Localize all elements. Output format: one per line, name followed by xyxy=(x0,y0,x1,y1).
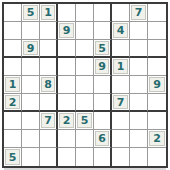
sudoku-cell-given: 5 xyxy=(4,148,22,166)
sudoku-cell-empty[interactable] xyxy=(94,22,112,40)
cell-value: 7 xyxy=(113,95,128,109)
sudoku-cell-empty[interactable] xyxy=(130,112,148,130)
sudoku-cell-given: 5 xyxy=(76,112,94,130)
sudoku-cell-empty[interactable] xyxy=(58,94,76,112)
sudoku-cell-empty[interactable] xyxy=(94,148,112,166)
sudoku-cell-given: 7 xyxy=(112,94,130,112)
sudoku-cell-empty[interactable] xyxy=(76,148,94,166)
sudoku-cell-empty[interactable] xyxy=(94,94,112,112)
cell-value: 7 xyxy=(41,113,55,128)
cell-value: 2 xyxy=(5,95,20,109)
sudoku-cell-given: 1 xyxy=(112,58,130,76)
sudoku-cell-empty[interactable] xyxy=(76,4,94,22)
sudoku-cell-empty[interactable] xyxy=(22,22,40,40)
sudoku-cell-given: 2 xyxy=(4,94,22,112)
cell-value: 1 xyxy=(5,77,20,92)
sudoku-cell-empty[interactable] xyxy=(76,40,94,58)
sudoku-cell-empty[interactable] xyxy=(112,76,130,94)
sudoku-cell-empty[interactable] xyxy=(76,130,94,148)
sudoku-cell-empty[interactable] xyxy=(112,130,130,148)
sudoku-cell-empty[interactable] xyxy=(4,22,22,40)
sudoku-cell-empty[interactable] xyxy=(130,76,148,94)
cell-value: 6 xyxy=(95,131,109,146)
sudoku-cell-empty[interactable] xyxy=(130,94,148,112)
sudoku-cell-empty[interactable] xyxy=(112,148,130,166)
cell-value: 9 xyxy=(149,77,165,92)
cell-value: 4 xyxy=(113,23,128,38)
sudoku-cell-empty[interactable] xyxy=(148,148,166,166)
cell-value: 9 xyxy=(23,41,38,55)
sudoku-cell-empty[interactable] xyxy=(40,148,58,166)
sudoku-cell-given: 4 xyxy=(112,22,130,40)
sudoku-cell-empty[interactable] xyxy=(58,4,76,22)
sudoku-cell-empty[interactable] xyxy=(22,112,40,130)
sudoku-cell-empty[interactable] xyxy=(76,58,94,76)
sudoku-cell-empty[interactable] xyxy=(76,94,94,112)
sudoku-cell-empty[interactable] xyxy=(58,40,76,58)
sudoku-cell-given: 8 xyxy=(40,76,58,94)
sudoku-cell-empty[interactable] xyxy=(4,130,22,148)
sudoku-cell-empty[interactable] xyxy=(58,130,76,148)
sudoku-cell-empty[interactable] xyxy=(148,112,166,130)
cell-value: 7 xyxy=(131,5,146,20)
sudoku-cell-empty[interactable] xyxy=(112,4,130,22)
sudoku-cell-empty[interactable] xyxy=(94,76,112,94)
sudoku-cell-given: 6 xyxy=(94,130,112,148)
sudoku-cell-empty[interactable] xyxy=(148,22,166,40)
sudoku-cell-empty[interactable] xyxy=(22,130,40,148)
sudoku-cell-empty[interactable] xyxy=(94,112,112,130)
sudoku-cell-empty[interactable] xyxy=(148,94,166,112)
sudoku-cell-empty[interactable] xyxy=(112,112,130,130)
sudoku-cell-empty[interactable] xyxy=(76,22,94,40)
sudoku-cell-given: 7 xyxy=(130,4,148,22)
sudoku-cell-empty[interactable] xyxy=(148,40,166,58)
sudoku-cell-empty[interactable] xyxy=(130,58,148,76)
sudoku-cell-empty[interactable] xyxy=(22,58,40,76)
cell-value: 5 xyxy=(5,149,20,165)
sudoku-cell-given: 9 xyxy=(148,76,166,94)
cell-value: 2 xyxy=(59,113,74,128)
sudoku-cell-empty[interactable] xyxy=(76,76,94,94)
sudoku-cell-empty[interactable] xyxy=(4,40,22,58)
sudoku-cell-empty[interactable] xyxy=(4,112,22,130)
cell-value: 1 xyxy=(41,5,55,20)
sudoku-cell-empty[interactable] xyxy=(130,130,148,148)
cell-value: 9 xyxy=(59,23,74,38)
cell-value: 5 xyxy=(77,113,92,128)
sudoku-cell-empty[interactable] xyxy=(58,148,76,166)
sudoku-cell-given: 1 xyxy=(4,76,22,94)
sudoku-cell-empty[interactable] xyxy=(58,76,76,94)
sudoku-cell-empty[interactable] xyxy=(22,148,40,166)
sudoku-cell-empty[interactable] xyxy=(40,40,58,58)
sudoku-cell-empty[interactable] xyxy=(40,130,58,148)
sudoku-cell-empty[interactable] xyxy=(130,40,148,58)
sudoku-cell-empty[interactable] xyxy=(4,58,22,76)
sudoku-cell-empty[interactable] xyxy=(130,22,148,40)
sudoku-cell-given: 2 xyxy=(58,112,76,130)
sudoku-cell-given: 1 xyxy=(40,4,58,22)
sudoku-cell-given: 7 xyxy=(40,112,58,130)
cell-value: 5 xyxy=(95,41,109,55)
cell-value: 8 xyxy=(41,77,55,92)
cell-value: 5 xyxy=(23,5,38,20)
sudoku-cell-given: 9 xyxy=(22,40,40,58)
sudoku-cell-empty[interactable] xyxy=(4,4,22,22)
sudoku-cell-given: 9 xyxy=(58,22,76,40)
sudoku-cell-empty[interactable] xyxy=(112,40,130,58)
sudoku-cell-given: 5 xyxy=(94,40,112,58)
sudoku-cell-empty[interactable] xyxy=(94,4,112,22)
sudoku-cell-empty[interactable] xyxy=(40,22,58,40)
sudoku-cell-empty[interactable] xyxy=(58,58,76,76)
sudoku-cell-empty[interactable] xyxy=(22,76,40,94)
page: 51794959118927725625 xyxy=(0,2,170,170)
cell-value: 1 xyxy=(113,59,128,74)
sudoku-cell-empty[interactable] xyxy=(40,58,58,76)
sudoku-board: 51794959118927725625 xyxy=(2,2,168,168)
sudoku-cell-empty[interactable] xyxy=(130,148,148,166)
sudoku-cell-empty[interactable] xyxy=(22,94,40,112)
cell-value: 2 xyxy=(149,131,165,146)
sudoku-cell-empty[interactable] xyxy=(148,4,166,22)
sudoku-cell-empty[interactable] xyxy=(148,58,166,76)
sudoku-cell-given: 9 xyxy=(94,58,112,76)
sudoku-cell-given: 2 xyxy=(148,130,166,148)
sudoku-cell-given: 5 xyxy=(22,4,40,22)
cell-value: 9 xyxy=(95,59,109,74)
sudoku-cell-empty[interactable] xyxy=(40,94,58,112)
